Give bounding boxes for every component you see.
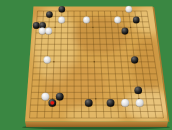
white-stone bbox=[39, 28, 46, 35]
black-stone bbox=[134, 86, 142, 94]
board-front-edge bbox=[25, 122, 168, 127]
star-point bbox=[53, 61, 54, 62]
last-move-marker bbox=[50, 101, 54, 105]
star-point bbox=[54, 27, 55, 28]
star-point bbox=[95, 98, 97, 100]
white-stone bbox=[58, 17, 65, 24]
white-stone bbox=[125, 6, 132, 13]
go-app-window bbox=[0, 0, 172, 130]
black-stone bbox=[46, 11, 53, 18]
white-stone bbox=[44, 56, 51, 63]
star-point bbox=[92, 27, 93, 28]
white-stone bbox=[41, 93, 49, 101]
black-stone bbox=[33, 22, 40, 29]
white-stone bbox=[136, 99, 144, 107]
black-stone bbox=[121, 28, 128, 35]
black-stone bbox=[85, 99, 93, 107]
black-stone bbox=[56, 93, 64, 101]
black-stone bbox=[107, 99, 115, 107]
board-scene bbox=[0, 0, 172, 130]
black-stone bbox=[59, 6, 66, 13]
star-point bbox=[130, 27, 131, 28]
black-stone bbox=[131, 56, 138, 63]
white-stone bbox=[45, 28, 52, 35]
white-stone bbox=[83, 17, 90, 24]
star-point bbox=[94, 61, 95, 62]
black-stone bbox=[133, 17, 140, 24]
white-stone bbox=[114, 17, 121, 24]
white-stone bbox=[121, 99, 129, 107]
